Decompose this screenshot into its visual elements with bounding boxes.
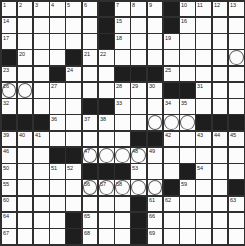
clue-number-43: 43 bbox=[197, 132, 203, 138]
cell-12-4[interactable] bbox=[50, 180, 65, 195]
cell-5-14[interactable] bbox=[213, 67, 228, 82]
cell-12-8[interactable]: 58 bbox=[115, 180, 130, 195]
cell-7-13[interactable] bbox=[196, 99, 211, 114]
clue-number-68: 68 bbox=[84, 230, 90, 236]
cell-10-7[interactable] bbox=[99, 148, 114, 163]
cell-13-1[interactable]: 60 bbox=[2, 197, 17, 212]
cell-4-3[interactable] bbox=[34, 50, 49, 65]
clue-number-19: 19 bbox=[165, 35, 171, 41]
black-square-12-11 bbox=[164, 180, 179, 195]
clue-number-44: 44 bbox=[214, 132, 220, 138]
circle-marker bbox=[148, 180, 163, 195]
cell-3-4[interactable] bbox=[50, 34, 65, 49]
puzzle-canvas: 1234567891011121314151617181920212223242… bbox=[0, 0, 245, 246]
black-square-8-2 bbox=[18, 115, 33, 130]
clue-number-64: 64 bbox=[3, 213, 9, 219]
cell-15-8[interactable] bbox=[115, 229, 130, 244]
cell-10-9[interactable]: 48 bbox=[131, 148, 146, 163]
cell-4-7[interactable]: 22 bbox=[99, 50, 114, 65]
black-square-12-15 bbox=[229, 180, 244, 195]
cell-12-2[interactable] bbox=[18, 180, 33, 195]
cell-9-11[interactable]: 42 bbox=[164, 132, 179, 147]
cell-5-15[interactable] bbox=[229, 67, 244, 82]
cell-5-13[interactable] bbox=[196, 67, 211, 82]
clue-number-67: 67 bbox=[3, 230, 9, 236]
clue-number-57: 57 bbox=[100, 181, 106, 187]
black-square-1-7 bbox=[99, 2, 114, 17]
cell-10-15[interactable] bbox=[229, 148, 244, 163]
black-square-15-5 bbox=[66, 229, 81, 244]
cell-1-9[interactable]: 8 bbox=[131, 2, 146, 17]
clue-number-10: 10 bbox=[181, 2, 187, 8]
cell-6-9[interactable]: 29 bbox=[131, 83, 146, 98]
cell-4-9[interactable] bbox=[131, 50, 146, 65]
cell-12-1[interactable]: 55 bbox=[2, 180, 17, 195]
cell-9-5[interactable] bbox=[66, 132, 81, 147]
black-square-8-13 bbox=[196, 115, 211, 130]
cell-15-6[interactable]: 68 bbox=[83, 229, 98, 244]
cell-3-5[interactable] bbox=[66, 34, 81, 49]
cell-13-5[interactable] bbox=[66, 197, 81, 212]
clue-number-20: 20 bbox=[19, 51, 25, 57]
cell-6-7[interactable] bbox=[99, 83, 114, 98]
cell-13-8[interactable] bbox=[115, 197, 130, 212]
cell-15-10[interactable]: 69 bbox=[148, 229, 163, 244]
cell-7-5[interactable] bbox=[66, 99, 81, 114]
cell-5-12[interactable] bbox=[180, 67, 195, 82]
clue-number-41: 41 bbox=[35, 132, 41, 138]
cell-3-2[interactable] bbox=[18, 34, 33, 49]
clue-number-47: 47 bbox=[84, 148, 90, 154]
circle-marker bbox=[131, 180, 146, 195]
cell-12-10[interactable] bbox=[148, 180, 163, 195]
black-square-9-10 bbox=[148, 132, 163, 147]
cell-2-6[interactable] bbox=[83, 18, 98, 33]
cell-2-12[interactable]: 16 bbox=[180, 18, 195, 33]
clue-number-11: 11 bbox=[197, 2, 203, 8]
cell-15-15[interactable] bbox=[229, 229, 244, 244]
cell-7-8[interactable]: 33 bbox=[115, 99, 130, 114]
cell-9-6[interactable] bbox=[83, 132, 98, 147]
cell-14-3[interactable] bbox=[34, 213, 49, 228]
cell-7-3[interactable] bbox=[34, 99, 49, 114]
clue-number-33: 33 bbox=[116, 100, 122, 106]
clue-number-25: 25 bbox=[165, 67, 171, 73]
cell-9-15[interactable]: 45 bbox=[229, 132, 244, 147]
cell-12-3[interactable] bbox=[34, 180, 49, 195]
clue-number-22: 22 bbox=[100, 51, 106, 57]
cell-3-1[interactable]: 17 bbox=[2, 34, 17, 49]
cell-1-12[interactable]: 10 bbox=[180, 2, 195, 17]
cell-15-4[interactable] bbox=[50, 229, 65, 244]
cell-4-2[interactable]: 20 bbox=[18, 50, 33, 65]
black-square-5-4 bbox=[50, 67, 65, 82]
cell-3-8[interactable]: 18 bbox=[115, 34, 130, 49]
cell-9-2[interactable]: 40 bbox=[18, 132, 33, 147]
cell-11-5[interactable]: 52 bbox=[66, 164, 81, 179]
cell-1-2[interactable]: 2 bbox=[18, 2, 33, 17]
black-square-15-9 bbox=[131, 229, 146, 244]
cell-2-5[interactable] bbox=[66, 18, 81, 33]
cell-9-1[interactable]: 39 bbox=[2, 132, 17, 147]
cell-11-9[interactable]: 53 bbox=[131, 164, 146, 179]
cell-14-4[interactable] bbox=[50, 213, 65, 228]
black-square-10-5 bbox=[66, 148, 81, 163]
cell-2-13[interactable] bbox=[196, 18, 211, 33]
cell-4-6[interactable]: 21 bbox=[83, 50, 98, 65]
clue-number-23: 23 bbox=[3, 67, 9, 73]
cell-7-14[interactable] bbox=[213, 99, 228, 114]
cell-6-10[interactable]: 30 bbox=[148, 83, 163, 98]
cell-15-3[interactable] bbox=[34, 229, 49, 244]
clue-number-3: 3 bbox=[35, 2, 38, 8]
cell-3-6[interactable] bbox=[83, 34, 98, 49]
clue-number-55: 55 bbox=[3, 181, 9, 187]
cell-2-15[interactable] bbox=[229, 18, 244, 33]
clue-number-2: 2 bbox=[19, 2, 22, 8]
cell-14-10[interactable]: 66 bbox=[148, 213, 163, 228]
cell-3-9[interactable] bbox=[131, 34, 146, 49]
cell-1-8[interactable]: 7 bbox=[115, 2, 130, 17]
clue-number-31: 31 bbox=[197, 83, 203, 89]
clue-number-62: 62 bbox=[165, 197, 171, 203]
cell-13-6[interactable] bbox=[83, 197, 98, 212]
cell-12-12[interactable]: 59 bbox=[180, 180, 195, 195]
cell-15-11[interactable] bbox=[164, 229, 179, 244]
clue-number-36: 36 bbox=[51, 116, 57, 122]
black-square-11-12 bbox=[180, 164, 195, 179]
black-square-4-5 bbox=[66, 50, 81, 65]
cell-13-7[interactable] bbox=[99, 197, 114, 212]
cell-10-12[interactable] bbox=[180, 148, 195, 163]
clue-number-5: 5 bbox=[67, 2, 70, 8]
cell-6-14[interactable] bbox=[213, 83, 228, 98]
cell-2-2[interactable] bbox=[18, 18, 33, 33]
cell-9-13[interactable]: 43 bbox=[196, 132, 211, 147]
cell-3-3[interactable] bbox=[34, 34, 49, 49]
clue-number-49: 49 bbox=[149, 148, 155, 154]
cell-2-8[interactable]: 15 bbox=[115, 18, 130, 33]
cell-13-12[interactable] bbox=[180, 197, 195, 212]
cell-9-4[interactable] bbox=[50, 132, 65, 147]
cell-1-5[interactable]: 5 bbox=[66, 2, 81, 17]
cell-7-11[interactable]: 34 bbox=[164, 99, 179, 114]
cell-10-1[interactable]: 46 bbox=[2, 148, 17, 163]
clue-number-24: 24 bbox=[67, 67, 73, 73]
cell-1-3[interactable]: 3 bbox=[34, 2, 49, 17]
cell-7-10[interactable] bbox=[148, 99, 163, 114]
cell-8-11[interactable] bbox=[164, 115, 179, 130]
cell-5-7[interactable] bbox=[99, 67, 114, 82]
black-square-3-7 bbox=[99, 34, 114, 49]
cell-12-6[interactable]: 56 bbox=[83, 180, 98, 195]
cell-3-11[interactable]: 19 bbox=[164, 34, 179, 49]
cell-6-6[interactable] bbox=[83, 83, 98, 98]
cell-5-11[interactable]: 25 bbox=[164, 67, 179, 82]
cell-8-7[interactable]: 38 bbox=[99, 115, 114, 130]
circle-marker bbox=[148, 115, 163, 130]
black-square-14-5 bbox=[66, 213, 81, 228]
clue-number-60: 60 bbox=[3, 197, 9, 203]
cell-7-2[interactable] bbox=[18, 99, 33, 114]
cell-7-1[interactable]: 32 bbox=[2, 99, 17, 114]
black-square-8-1 bbox=[2, 115, 17, 130]
cell-5-2[interactable] bbox=[18, 67, 33, 82]
cell-14-12[interactable] bbox=[180, 213, 195, 228]
cell-8-12[interactable] bbox=[180, 115, 195, 130]
clue-number-7: 7 bbox=[116, 2, 119, 8]
clue-number-66: 66 bbox=[149, 213, 155, 219]
black-square-14-9 bbox=[131, 213, 146, 228]
cell-11-4[interactable]: 51 bbox=[50, 164, 65, 179]
crossword-grid: 1234567891011121314151617181920212223242… bbox=[0, 0, 245, 246]
clue-number-65: 65 bbox=[84, 213, 90, 219]
cell-1-4[interactable]: 4 bbox=[50, 2, 65, 17]
black-square-2-7 bbox=[99, 18, 114, 33]
circle-marker bbox=[229, 50, 244, 65]
cell-7-9[interactable] bbox=[131, 99, 146, 114]
clue-number-58: 58 bbox=[116, 181, 122, 187]
cell-15-12[interactable] bbox=[180, 229, 195, 244]
clue-number-17: 17 bbox=[3, 35, 9, 41]
cell-13-3[interactable] bbox=[34, 197, 49, 212]
cell-13-2[interactable] bbox=[18, 197, 33, 212]
cell-13-10[interactable]: 61 bbox=[148, 197, 163, 212]
black-square-11-8 bbox=[115, 164, 130, 179]
cell-10-2[interactable] bbox=[18, 148, 33, 163]
clue-number-32: 32 bbox=[3, 100, 9, 106]
cell-6-3[interactable] bbox=[34, 83, 49, 98]
cell-6-8[interactable]: 28 bbox=[115, 83, 130, 98]
black-square-7-7 bbox=[99, 99, 114, 114]
circle-marker bbox=[18, 83, 33, 98]
cell-11-11[interactable] bbox=[164, 164, 179, 179]
cell-9-8[interactable] bbox=[115, 132, 130, 147]
cell-1-1[interactable]: 1 bbox=[2, 2, 17, 17]
cell-11-14[interactable] bbox=[213, 164, 228, 179]
cell-8-10[interactable] bbox=[148, 115, 163, 130]
cell-14-6[interactable]: 65 bbox=[83, 213, 98, 228]
cell-10-8[interactable] bbox=[115, 148, 130, 163]
cell-11-1[interactable]: 50 bbox=[2, 164, 17, 179]
cell-6-1[interactable]: 26 bbox=[2, 83, 17, 98]
cell-3-12[interactable] bbox=[180, 34, 195, 49]
cell-13-14[interactable] bbox=[213, 197, 228, 212]
clue-number-54: 54 bbox=[197, 165, 203, 171]
cell-1-13[interactable]: 11 bbox=[196, 2, 211, 17]
black-square-5-10 bbox=[148, 67, 163, 82]
cell-15-13[interactable] bbox=[196, 229, 211, 244]
cell-15-1[interactable]: 67 bbox=[2, 229, 17, 244]
cell-8-6[interactable]: 37 bbox=[83, 115, 98, 130]
cell-4-12[interactable] bbox=[180, 50, 195, 65]
clue-number-9: 9 bbox=[149, 2, 152, 8]
cell-8-9[interactable] bbox=[131, 115, 146, 130]
clue-number-1: 1 bbox=[3, 2, 6, 8]
clue-number-39: 39 bbox=[3, 132, 9, 138]
black-square-1-11 bbox=[164, 2, 179, 17]
cell-10-6[interactable]: 47 bbox=[83, 148, 98, 163]
cell-13-11[interactable]: 62 bbox=[164, 197, 179, 212]
cell-2-3[interactable] bbox=[34, 18, 49, 33]
clue-number-59: 59 bbox=[181, 181, 187, 187]
circle-marker bbox=[164, 115, 179, 130]
cell-8-8[interactable] bbox=[115, 115, 130, 130]
cell-12-7[interactable]: 57 bbox=[99, 180, 114, 195]
cell-2-14[interactable] bbox=[213, 18, 228, 33]
cell-12-5[interactable] bbox=[66, 180, 81, 195]
cell-4-13[interactable] bbox=[196, 50, 211, 65]
cell-4-4[interactable] bbox=[50, 50, 65, 65]
cell-8-5[interactable] bbox=[66, 115, 81, 130]
black-square-6-11 bbox=[164, 83, 179, 98]
cell-10-11[interactable] bbox=[164, 148, 179, 163]
cell-7-12[interactable]: 35 bbox=[180, 99, 195, 114]
cell-15-2[interactable] bbox=[18, 229, 33, 244]
clue-number-46: 46 bbox=[3, 148, 9, 154]
clue-number-42: 42 bbox=[165, 132, 171, 138]
black-square-2-11 bbox=[164, 18, 179, 33]
clue-number-34: 34 bbox=[165, 100, 171, 106]
cell-11-15[interactable] bbox=[229, 164, 244, 179]
black-square-8-15 bbox=[229, 115, 244, 130]
cell-4-8[interactable] bbox=[115, 50, 130, 65]
clue-number-16: 16 bbox=[181, 18, 187, 24]
cell-1-15[interactable]: 13 bbox=[229, 2, 244, 17]
cell-2-9[interactable] bbox=[131, 18, 146, 33]
clue-number-50: 50 bbox=[3, 165, 9, 171]
cell-1-6[interactable]: 6 bbox=[83, 2, 98, 17]
cell-13-15[interactable]: 63 bbox=[229, 197, 244, 212]
clue-number-26: 26 bbox=[3, 83, 9, 89]
cell-6-15[interactable] bbox=[229, 83, 244, 98]
cell-9-14[interactable]: 44 bbox=[213, 132, 228, 147]
black-square-10-4 bbox=[50, 148, 65, 163]
cell-3-13[interactable] bbox=[196, 34, 211, 49]
circle-marker bbox=[180, 115, 195, 130]
cell-2-10[interactable] bbox=[148, 18, 163, 33]
cell-9-12[interactable] bbox=[180, 132, 195, 147]
clue-number-12: 12 bbox=[214, 2, 220, 8]
black-square-11-7 bbox=[99, 164, 114, 179]
cell-7-15[interactable] bbox=[229, 99, 244, 114]
cell-9-7[interactable] bbox=[99, 132, 114, 147]
clue-number-35: 35 bbox=[181, 100, 187, 106]
cell-5-6[interactable] bbox=[83, 67, 98, 82]
cell-11-13[interactable]: 54 bbox=[196, 164, 211, 179]
cell-8-4[interactable]: 36 bbox=[50, 115, 65, 130]
cell-14-11[interactable] bbox=[164, 213, 179, 228]
clue-number-27: 27 bbox=[51, 83, 57, 89]
clue-number-30: 30 bbox=[149, 83, 155, 89]
cell-14-14[interactable] bbox=[213, 213, 228, 228]
cell-14-8[interactable] bbox=[115, 213, 130, 228]
cell-11-2[interactable] bbox=[18, 164, 33, 179]
cell-10-10[interactable]: 49 bbox=[148, 148, 163, 163]
clue-number-28: 28 bbox=[116, 83, 122, 89]
cell-11-10[interactable] bbox=[148, 164, 163, 179]
clue-number-52: 52 bbox=[67, 165, 73, 171]
cell-3-10[interactable] bbox=[148, 34, 163, 49]
cell-6-4[interactable]: 27 bbox=[50, 83, 65, 98]
clue-number-8: 8 bbox=[132, 2, 135, 8]
clue-number-45: 45 bbox=[230, 132, 236, 138]
black-square-8-3 bbox=[34, 115, 49, 130]
cell-6-13[interactable]: 31 bbox=[196, 83, 211, 98]
circle-marker bbox=[99, 148, 114, 163]
cell-4-11[interactable] bbox=[164, 50, 179, 65]
clue-number-51: 51 bbox=[51, 165, 57, 171]
black-square-5-9 bbox=[131, 67, 146, 82]
cell-9-3[interactable]: 41 bbox=[34, 132, 49, 147]
cell-14-2[interactable] bbox=[18, 213, 33, 228]
cell-14-13[interactable] bbox=[196, 213, 211, 228]
cell-5-5[interactable]: 24 bbox=[66, 67, 81, 82]
cell-4-15[interactable] bbox=[229, 50, 244, 65]
clue-number-63: 63 bbox=[230, 197, 236, 203]
black-square-6-12 bbox=[180, 83, 195, 98]
cell-1-14[interactable]: 12 bbox=[213, 2, 228, 17]
black-square-13-9 bbox=[131, 197, 146, 212]
cell-12-14[interactable] bbox=[213, 180, 228, 195]
cell-14-15[interactable] bbox=[229, 213, 244, 228]
clue-number-21: 21 bbox=[84, 51, 90, 57]
cell-13-13[interactable] bbox=[196, 197, 211, 212]
clue-number-18: 18 bbox=[116, 35, 122, 41]
clue-number-56: 56 bbox=[84, 181, 90, 187]
circle-marker bbox=[115, 148, 130, 163]
cell-3-15[interactable] bbox=[229, 34, 244, 49]
cell-5-1[interactable]: 23 bbox=[2, 67, 17, 82]
cell-10-3[interactable] bbox=[34, 148, 49, 163]
black-square-7-6 bbox=[83, 99, 98, 114]
cell-2-4[interactable] bbox=[50, 18, 65, 33]
cell-14-7[interactable] bbox=[99, 213, 114, 228]
clue-number-53: 53 bbox=[132, 165, 138, 171]
cell-14-1[interactable]: 64 bbox=[2, 213, 17, 228]
cell-10-13[interactable] bbox=[196, 148, 211, 163]
clue-number-13: 13 bbox=[230, 2, 236, 8]
black-square-5-8 bbox=[115, 67, 130, 82]
cell-13-4[interactable] bbox=[50, 197, 65, 212]
cell-12-13[interactable] bbox=[196, 180, 211, 195]
cell-5-3[interactable] bbox=[34, 67, 49, 82]
cell-4-14[interactable] bbox=[213, 50, 228, 65]
cell-11-3[interactable] bbox=[34, 164, 49, 179]
cell-10-14[interactable] bbox=[213, 148, 228, 163]
cell-1-10[interactable]: 9 bbox=[148, 2, 163, 17]
clue-number-6: 6 bbox=[84, 2, 87, 8]
cell-4-10[interactable] bbox=[148, 50, 163, 65]
cell-6-2[interactable] bbox=[18, 83, 33, 98]
cell-2-1[interactable]: 14 bbox=[2, 18, 17, 33]
cell-15-7[interactable] bbox=[99, 229, 114, 244]
clue-number-15: 15 bbox=[116, 18, 122, 24]
cell-12-9[interactable] bbox=[131, 180, 146, 195]
black-square-8-14 bbox=[213, 115, 228, 130]
clue-number-4: 4 bbox=[51, 2, 54, 8]
clue-number-29: 29 bbox=[132, 83, 138, 89]
clue-number-61: 61 bbox=[149, 197, 155, 203]
cell-3-14[interactable] bbox=[213, 34, 228, 49]
cell-7-4[interactable] bbox=[50, 99, 65, 114]
black-square-4-1 bbox=[2, 50, 17, 65]
clue-number-37: 37 bbox=[84, 116, 90, 122]
cell-15-14[interactable] bbox=[213, 229, 228, 244]
clue-number-48: 48 bbox=[132, 148, 138, 154]
cell-6-5[interactable] bbox=[66, 83, 81, 98]
black-square-11-6 bbox=[83, 164, 98, 179]
